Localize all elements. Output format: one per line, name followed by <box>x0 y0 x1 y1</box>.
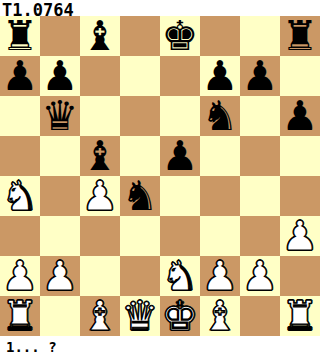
piece-white-knight: ♞ <box>162 256 199 296</box>
square-h6[interactable]: ♟ <box>280 96 320 136</box>
square-c3[interactable] <box>80 216 120 256</box>
square-g4[interactable] <box>240 176 280 216</box>
square-b4[interactable] <box>40 176 80 216</box>
square-b5[interactable] <box>40 136 80 176</box>
square-e2[interactable]: ♞ <box>160 256 200 296</box>
square-b3[interactable] <box>40 216 80 256</box>
square-e8[interactable]: ♚ <box>160 16 200 56</box>
square-d7[interactable] <box>120 56 160 96</box>
square-h3[interactable]: ♟ <box>280 216 320 256</box>
piece-white-rook: ♜ <box>2 296 39 336</box>
square-b1[interactable] <box>40 296 80 336</box>
piece-black-rook: ♜ <box>282 16 319 56</box>
piece-white-bishop: ♝ <box>82 296 119 336</box>
piece-black-pawn: ♟ <box>282 96 319 136</box>
piece-black-pawn: ♟ <box>162 136 199 176</box>
square-c6[interactable] <box>80 96 120 136</box>
square-c7[interactable] <box>80 56 120 96</box>
piece-black-bishop: ♝ <box>82 136 119 176</box>
piece-white-pawn: ♟ <box>282 216 319 256</box>
square-b7[interactable]: ♟ <box>40 56 80 96</box>
square-h8[interactable]: ♜ <box>280 16 320 56</box>
square-a4[interactable]: ♞ <box>0 176 40 216</box>
square-f5[interactable] <box>200 136 240 176</box>
square-f2[interactable]: ♟ <box>200 256 240 296</box>
square-h7[interactable] <box>280 56 320 96</box>
square-d5[interactable] <box>120 136 160 176</box>
square-d2[interactable] <box>120 256 160 296</box>
piece-white-pawn: ♟ <box>202 256 239 296</box>
piece-white-pawn: ♟ <box>2 256 39 296</box>
square-g8[interactable] <box>240 16 280 56</box>
square-e7[interactable] <box>160 56 200 96</box>
square-g3[interactable] <box>240 216 280 256</box>
piece-white-pawn: ♟ <box>82 176 119 216</box>
piece-white-pawn: ♟ <box>242 256 279 296</box>
piece-black-pawn: ♟ <box>2 56 39 96</box>
square-h2[interactable] <box>280 256 320 296</box>
square-a8[interactable]: ♜ <box>0 16 40 56</box>
square-g2[interactable]: ♟ <box>240 256 280 296</box>
square-g7[interactable]: ♟ <box>240 56 280 96</box>
piece-white-queen: ♛ <box>122 296 159 336</box>
square-a5[interactable] <box>0 136 40 176</box>
piece-black-pawn: ♟ <box>202 56 239 96</box>
square-e4[interactable] <box>160 176 200 216</box>
square-a3[interactable] <box>0 216 40 256</box>
square-c5[interactable]: ♝ <box>80 136 120 176</box>
square-b8[interactable] <box>40 16 80 56</box>
square-g6[interactable] <box>240 96 280 136</box>
square-f8[interactable] <box>200 16 240 56</box>
square-a6[interactable] <box>0 96 40 136</box>
square-c1[interactable]: ♝ <box>80 296 120 336</box>
piece-black-knight: ♞ <box>122 176 159 216</box>
move-prompt: 1... ? <box>6 339 57 357</box>
square-h1[interactable]: ♜ <box>280 296 320 336</box>
square-d1[interactable]: ♛ <box>120 296 160 336</box>
piece-white-knight: ♞ <box>2 176 39 216</box>
square-e6[interactable] <box>160 96 200 136</box>
square-f4[interactable] <box>200 176 240 216</box>
square-e5[interactable]: ♟ <box>160 136 200 176</box>
square-h5[interactable] <box>280 136 320 176</box>
square-b2[interactable]: ♟ <box>40 256 80 296</box>
piece-white-rook: ♜ <box>282 296 319 336</box>
square-f3[interactable] <box>200 216 240 256</box>
square-f1[interactable]: ♝ <box>200 296 240 336</box>
piece-white-pawn: ♟ <box>42 256 79 296</box>
piece-black-queen: ♛ <box>42 96 79 136</box>
square-f6[interactable]: ♞ <box>200 96 240 136</box>
piece-white-king: ♚ <box>162 296 199 336</box>
puzzle-title: T1.0764 <box>2 0 74 16</box>
square-f7[interactable]: ♟ <box>200 56 240 96</box>
square-e3[interactable] <box>160 216 200 256</box>
square-g5[interactable] <box>240 136 280 176</box>
piece-black-knight: ♞ <box>202 96 239 136</box>
square-d3[interactable] <box>120 216 160 256</box>
piece-white-bishop: ♝ <box>202 296 239 336</box>
square-d6[interactable] <box>120 96 160 136</box>
square-h4[interactable] <box>280 176 320 216</box>
square-g1[interactable] <box>240 296 280 336</box>
square-d4[interactable]: ♞ <box>120 176 160 216</box>
piece-black-pawn: ♟ <box>42 56 79 96</box>
chess-puzzle-screen: T1.0764 ♜♝♚♜♟♟♟♟♛♞♟♝♟♞♟♞♟♟♟♞♟♟♜♝♛♚♝♜ 1..… <box>0 0 320 360</box>
square-c2[interactable] <box>80 256 120 296</box>
piece-black-bishop: ♝ <box>82 16 119 56</box>
piece-black-pawn: ♟ <box>242 56 279 96</box>
square-c8[interactable]: ♝ <box>80 16 120 56</box>
square-c4[interactable]: ♟ <box>80 176 120 216</box>
square-d8[interactable] <box>120 16 160 56</box>
square-a1[interactable]: ♜ <box>0 296 40 336</box>
square-b6[interactable]: ♛ <box>40 96 80 136</box>
chess-board: ♜♝♚♜♟♟♟♟♛♞♟♝♟♞♟♞♟♟♟♞♟♟♜♝♛♚♝♜ <box>0 16 320 336</box>
piece-black-rook: ♜ <box>2 16 39 56</box>
piece-black-king: ♚ <box>162 16 199 56</box>
square-a2[interactable]: ♟ <box>0 256 40 296</box>
square-e1[interactable]: ♚ <box>160 296 200 336</box>
square-a7[interactable]: ♟ <box>0 56 40 96</box>
